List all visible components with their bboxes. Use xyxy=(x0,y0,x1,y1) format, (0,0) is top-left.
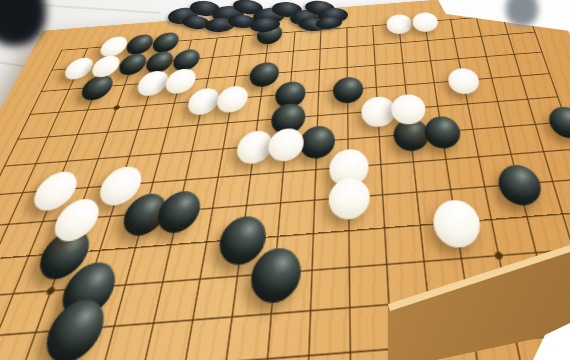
blurred-background-object xyxy=(506,0,538,26)
star-point xyxy=(494,252,503,260)
tablecloth-fold xyxy=(40,4,160,14)
star-point xyxy=(46,287,56,295)
star-point xyxy=(113,105,120,110)
go-game-photo xyxy=(0,0,570,360)
